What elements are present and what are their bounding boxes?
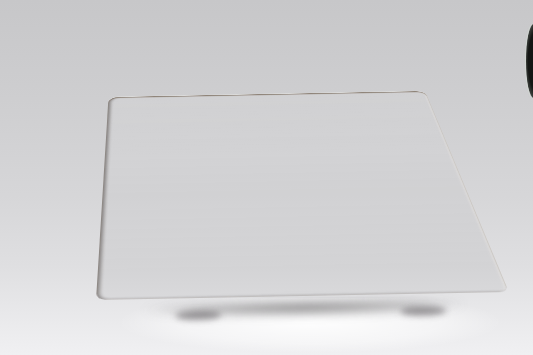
board-tilt-wrapper bbox=[0, 0, 533, 355]
photo-background bbox=[0, 0, 533, 355]
cutting-board-top-face bbox=[96, 91, 509, 300]
